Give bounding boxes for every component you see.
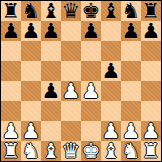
white-pawn-piece[interactable]: ♟ [22, 121, 41, 141]
square-c3[interactable] [41, 101, 61, 121]
square-b5[interactable] [21, 61, 41, 81]
square-c4[interactable]: ♟ [41, 81, 61, 101]
square-h8[interactable]: ♜ [141, 1, 161, 21]
square-h3[interactable] [141, 101, 161, 121]
square-d1[interactable]: ♛ [61, 141, 81, 161]
square-d8[interactable]: ♛ [61, 1, 81, 21]
square-b2[interactable]: ♟ [21, 121, 41, 141]
square-a5[interactable] [1, 61, 21, 81]
white-bishop-piece[interactable]: ♝ [42, 141, 61, 161]
square-f6[interactable] [101, 41, 121, 61]
white-pawn-piece[interactable]: ♟ [82, 81, 101, 101]
black-king-piece[interactable]: ♚ [82, 1, 101, 21]
white-pawn-piece[interactable]: ♟ [102, 121, 121, 141]
square-b1[interactable]: ♞ [21, 141, 41, 161]
square-c8[interactable]: ♝ [41, 1, 61, 21]
black-pawn-piece[interactable]: ♟ [122, 21, 141, 41]
white-pawn-piece[interactable]: ♟ [142, 121, 161, 141]
square-f4[interactable] [101, 81, 121, 101]
square-e5[interactable] [81, 61, 101, 81]
square-d6[interactable] [61, 41, 81, 61]
square-f3[interactable] [101, 101, 121, 121]
square-a2[interactable]: ♟ [1, 121, 21, 141]
square-b8[interactable]: ♞ [21, 1, 41, 21]
square-e7[interactable]: ♟ [81, 21, 101, 41]
square-a7[interactable]: ♟ [1, 21, 21, 41]
black-rook-piece[interactable]: ♜ [2, 1, 21, 21]
black-queen-piece[interactable]: ♛ [62, 1, 81, 21]
black-bishop-piece[interactable]: ♝ [102, 1, 121, 21]
black-pawn-piece[interactable]: ♟ [82, 21, 101, 41]
white-pawn-piece[interactable]: ♟ [122, 121, 141, 141]
square-e4[interactable]: ♟ [81, 81, 101, 101]
square-d2[interactable] [61, 121, 81, 141]
square-d3[interactable] [61, 101, 81, 121]
square-e1[interactable]: ♚ [81, 141, 101, 161]
square-d4[interactable]: ♟ [61, 81, 81, 101]
square-a4[interactable] [1, 81, 21, 101]
square-c7[interactable]: ♟ [41, 21, 61, 41]
square-b3[interactable] [21, 101, 41, 121]
square-c6[interactable] [41, 41, 61, 61]
square-h1[interactable]: ♜ [141, 141, 161, 161]
square-e3[interactable] [81, 101, 101, 121]
square-h2[interactable]: ♟ [141, 121, 161, 141]
square-h5[interactable] [141, 61, 161, 81]
square-b4[interactable] [21, 81, 41, 101]
square-h4[interactable] [141, 81, 161, 101]
white-knight-piece[interactable]: ♞ [122, 141, 141, 161]
black-pawn-piece[interactable]: ♟ [42, 21, 61, 41]
black-bishop-piece[interactable]: ♝ [42, 1, 61, 21]
white-knight-piece[interactable]: ♞ [22, 141, 41, 161]
square-e2[interactable] [81, 121, 101, 141]
square-g2[interactable]: ♟ [121, 121, 141, 141]
white-bishop-piece[interactable]: ♝ [102, 141, 121, 161]
black-pawn-piece[interactable]: ♟ [42, 81, 61, 101]
square-f8[interactable]: ♝ [101, 1, 121, 21]
square-c1[interactable]: ♝ [41, 141, 61, 161]
square-c5[interactable] [41, 61, 61, 81]
square-h7[interactable]: ♟ [141, 21, 161, 41]
square-g4[interactable] [121, 81, 141, 101]
square-a6[interactable] [1, 41, 21, 61]
black-rook-piece[interactable]: ♜ [142, 1, 161, 21]
black-pawn-piece[interactable]: ♟ [142, 21, 161, 41]
white-king-piece[interactable]: ♚ [82, 141, 101, 161]
square-g6[interactable] [121, 41, 141, 61]
black-pawn-piece[interactable]: ♟ [2, 21, 21, 41]
black-pawn-piece[interactable]: ♟ [102, 61, 121, 81]
black-knight-piece[interactable]: ♞ [122, 1, 141, 21]
square-b6[interactable] [21, 41, 41, 61]
chess-board: ♜♞♝♛♚♝♞♜♟♟♟♟♟♟♟♟♟♟♟♟♟♟♟♜♞♝♛♚♝♞♜ [0, 0, 162, 162]
black-knight-piece[interactable]: ♞ [22, 1, 41, 21]
square-g8[interactable]: ♞ [121, 1, 141, 21]
square-a3[interactable] [1, 101, 21, 121]
square-f5[interactable]: ♟ [101, 61, 121, 81]
square-e8[interactable]: ♚ [81, 1, 101, 21]
square-a1[interactable]: ♜ [1, 141, 21, 161]
square-g7[interactable]: ♟ [121, 21, 141, 41]
square-g3[interactable] [121, 101, 141, 121]
square-a8[interactable]: ♜ [1, 1, 21, 21]
square-f1[interactable]: ♝ [101, 141, 121, 161]
square-d7[interactable] [61, 21, 81, 41]
square-e6[interactable] [81, 41, 101, 61]
white-queen-piece[interactable]: ♛ [62, 141, 81, 161]
white-pawn-piece[interactable]: ♟ [62, 81, 81, 101]
square-d5[interactable] [61, 61, 81, 81]
square-b7[interactable]: ♟ [21, 21, 41, 41]
square-g1[interactable]: ♞ [121, 141, 141, 161]
square-h6[interactable] [141, 41, 161, 61]
white-pawn-piece[interactable]: ♟ [2, 121, 21, 141]
square-g5[interactable] [121, 61, 141, 81]
square-f2[interactable]: ♟ [101, 121, 121, 141]
black-pawn-piece[interactable]: ♟ [22, 21, 41, 41]
square-c2[interactable] [41, 121, 61, 141]
white-rook-piece[interactable]: ♜ [142, 141, 161, 161]
square-f7[interactable] [101, 21, 121, 41]
white-rook-piece[interactable]: ♜ [2, 141, 21, 161]
